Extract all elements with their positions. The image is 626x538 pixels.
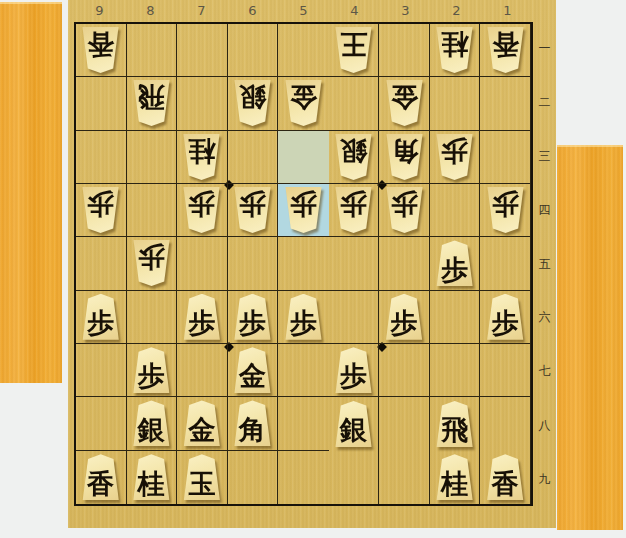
piece-kanji: 歩 — [492, 187, 519, 221]
file-label-4: 4 — [329, 1, 380, 20]
piece-kanji: 銀 — [340, 134, 367, 168]
square-1e[interactable] — [480, 237, 531, 290]
square-1d[interactable]: 歩 — [480, 184, 531, 237]
square-6b[interactable]: 銀 — [228, 77, 279, 130]
piece-kanji: 歩 — [239, 187, 266, 221]
file-label-8: 8 — [125, 1, 176, 20]
rank-label-2: 二 — [534, 76, 555, 130]
square-7i[interactable]: 玉 — [177, 451, 228, 504]
piece-gote-pawn[interactable]: 歩 — [485, 187, 526, 233]
square-8b[interactable]: 飛 — [127, 77, 178, 130]
square-1a[interactable]: 香 — [480, 24, 531, 77]
piece-kanji: 桂 — [441, 27, 468, 61]
koma-tile: 飛 — [434, 401, 475, 447]
square-6c[interactable] — [228, 131, 279, 184]
piece-kanji: 歩 — [290, 306, 317, 340]
koma-tile: 歩 — [232, 187, 273, 233]
koma-tile: 歩 — [283, 294, 324, 340]
piece-gote-pawn[interactable]: 歩 — [232, 187, 273, 233]
piece-kanji: 歩 — [188, 306, 215, 340]
square-5f[interactable]: 歩 — [278, 291, 329, 344]
board-grid: 香王桂香飛銀金金桂銀角歩歩歩歩歩歩歩歩歩歩歩歩歩歩歩歩歩金歩銀金角銀飛香桂玉桂香 — [74, 22, 533, 506]
koma-tile: 香 — [80, 27, 121, 73]
square-6e[interactable] — [228, 237, 279, 290]
koma-tile: 歩 — [333, 347, 374, 393]
piece-sente-pawn[interactable]: 歩 — [384, 294, 425, 340]
piece-sente-bishop[interactable]: 角 — [232, 400, 273, 446]
piece-sente-pawn[interactable]: 歩 — [283, 294, 324, 340]
piece-gote-knight[interactable]: 桂 — [181, 134, 222, 180]
square-2e[interactable]: 歩 — [430, 237, 481, 290]
square-8i[interactable]: 桂 — [127, 451, 178, 504]
koma-tile: 銀 — [333, 134, 374, 180]
square-5b[interactable]: 金 — [278, 77, 329, 130]
piece-kanji: 香 — [492, 27, 519, 61]
piece-kanji: 歩 — [492, 306, 519, 340]
square-1b[interactable] — [480, 77, 531, 130]
square-2b[interactable] — [430, 77, 481, 130]
piece-sente-pawn[interactable]: 歩 — [434, 240, 475, 286]
square-5h[interactable] — [278, 397, 329, 450]
koma-tile: 香 — [485, 454, 526, 500]
piece-gote-bishop[interactable]: 角 — [384, 134, 425, 180]
square-9i[interactable]: 香 — [76, 451, 127, 504]
square-3g[interactable] — [379, 344, 430, 397]
piece-gote-gold[interactable]: 金 — [283, 80, 324, 126]
file-label-1: 1 — [482, 1, 533, 20]
square-7c[interactable]: 桂 — [177, 131, 228, 184]
rank-label-8: 八 — [534, 398, 555, 452]
square-4b[interactable] — [329, 77, 380, 130]
square-3f[interactable]: 歩 — [379, 291, 430, 344]
piece-gote-pawn[interactable]: 歩 — [181, 187, 222, 233]
file-label-5: 5 — [278, 1, 329, 20]
rank-label-5: 五 — [534, 237, 555, 291]
koma-tile: 桂 — [434, 454, 475, 500]
square-2d[interactable] — [430, 184, 481, 237]
koma-tile: 歩 — [232, 294, 273, 340]
piece-kanji: 飛 — [138, 80, 165, 114]
square-2a[interactable]: 桂 — [430, 24, 481, 77]
koma-tile: 銀 — [131, 400, 172, 446]
piece-gote-pawn[interactable]: 歩 — [384, 187, 425, 233]
piece-kanji: 歩 — [138, 359, 165, 393]
koma-tile: 桂 — [181, 134, 222, 180]
rank-label-3: 三 — [534, 130, 555, 184]
shogi-board: 987654321 香王桂香飛銀金金桂銀角歩歩歩歩歩歩歩歩歩歩歩歩歩歩歩歩歩金歩… — [68, 0, 556, 528]
piece-sente-pawn[interactable]: 歩 — [232, 294, 273, 340]
piece-sente-pawn[interactable]: 歩 — [80, 294, 121, 340]
piece-kanji: 歩 — [87, 187, 114, 221]
square-5i[interactable] — [278, 451, 329, 504]
square-6f[interactable]: 歩 — [228, 291, 279, 344]
rank-label-7: 七 — [534, 345, 555, 399]
piece-kanji: 歩 — [138, 240, 165, 274]
file-label-3: 3 — [380, 1, 431, 20]
piece-kanji: 歩 — [87, 306, 114, 340]
piece-sente-silver[interactable]: 銀 — [333, 401, 374, 447]
koma-tile: 歩 — [131, 240, 172, 286]
square-5e[interactable] — [278, 237, 329, 290]
piece-kanji: 香 — [87, 467, 114, 501]
piece-kanji: 桂 — [441, 467, 468, 501]
square-4a[interactable]: 王 — [329, 24, 380, 77]
square-5a[interactable] — [278, 24, 329, 77]
koma-tile: 角 — [384, 134, 425, 180]
koma-tile: 玉 — [181, 454, 222, 500]
rank-label-4: 四 — [534, 183, 555, 237]
piece-sente-knight[interactable]: 桂 — [434, 454, 475, 500]
square-8g[interactable]: 歩 — [127, 344, 178, 397]
square-9e[interactable] — [76, 237, 127, 290]
koma-tile: 歩 — [434, 240, 475, 286]
piece-kanji: 金 — [239, 359, 266, 393]
piece-kanji: 歩 — [239, 306, 266, 340]
koma-tile: 歩 — [434, 134, 475, 180]
square-7g[interactable] — [177, 344, 228, 397]
square-7b[interactable] — [177, 77, 228, 130]
square-4g[interactable]: 歩 — [329, 344, 380, 397]
piece-kanji: 角 — [391, 134, 418, 168]
koma-tile: 銀 — [333, 401, 374, 447]
koma-tile: 歩 — [384, 187, 425, 233]
rank-label-9: 九 — [534, 452, 555, 506]
piece-kanji: 銀 — [239, 80, 266, 114]
piece-kanji: 金 — [391, 80, 418, 114]
square-5g[interactable] — [278, 344, 329, 397]
piece-kanji: 角 — [239, 413, 266, 447]
koma-tile: 歩 — [485, 294, 526, 340]
right-wood-panel — [557, 145, 623, 530]
square-7a[interactable] — [177, 24, 228, 77]
square-4f[interactable] — [329, 291, 380, 344]
square-8h[interactable]: 銀 — [127, 397, 178, 450]
square-5d[interactable]: 歩 — [278, 184, 329, 237]
square-4c[interactable]: 銀 — [329, 131, 380, 184]
piece-kanji: 歩 — [290, 187, 317, 221]
square-1i[interactable]: 香 — [480, 451, 531, 504]
piece-kanji: 金 — [188, 413, 215, 447]
piece-gote-silver[interactable]: 銀 — [232, 80, 273, 126]
file-label-7: 7 — [176, 1, 227, 20]
rank-label-6: 六 — [534, 291, 555, 345]
square-9b[interactable] — [76, 77, 127, 130]
piece-gote-pawn[interactable]: 歩 — [434, 134, 475, 180]
square-2f[interactable] — [430, 291, 481, 344]
koma-tile: 王 — [333, 27, 374, 73]
square-1f[interactable]: 歩 — [480, 291, 531, 344]
piece-kanji: 歩 — [188, 187, 215, 221]
piece-kanji: 飛 — [441, 413, 468, 447]
square-7d[interactable]: 歩 — [177, 184, 228, 237]
piece-sente-rook[interactable]: 飛 — [434, 401, 475, 447]
koma-tile: 飛 — [131, 80, 172, 126]
koma-tile: 歩 — [485, 187, 526, 233]
square-3e[interactable] — [379, 237, 430, 290]
piece-kanji: 王 — [340, 27, 367, 61]
square-8f[interactable] — [127, 291, 178, 344]
square-6a[interactable] — [228, 24, 279, 77]
square-1h[interactable] — [480, 397, 531, 450]
square-8d[interactable] — [127, 184, 178, 237]
piece-sente-gold[interactable]: 金 — [181, 400, 222, 446]
piece-kanji: 歩 — [391, 306, 418, 340]
square-5c[interactable] — [278, 131, 329, 184]
square-7e[interactable] — [177, 237, 228, 290]
koma-tile: 金 — [232, 347, 273, 393]
piece-kanji: 桂 — [188, 134, 215, 168]
file-label-9: 9 — [74, 1, 125, 20]
square-4d[interactable]: 歩 — [329, 184, 380, 237]
piece-gote-pawn[interactable]: 歩 — [283, 187, 324, 233]
square-7h[interactable]: 金 — [177, 397, 228, 450]
piece-gote-pawn[interactable]: 歩 — [80, 187, 121, 233]
piece-sente-knight[interactable]: 桂 — [131, 454, 172, 500]
koma-tile: 歩 — [131, 347, 172, 393]
koma-tile: 歩 — [181, 187, 222, 233]
square-8c[interactable] — [127, 131, 178, 184]
piece-sente-lance[interactable]: 香 — [485, 454, 526, 500]
left-wood-panel — [0, 2, 62, 383]
file-label-6: 6 — [227, 1, 278, 20]
piece-sente-king[interactable]: 玉 — [181, 454, 222, 500]
square-2g[interactable] — [430, 344, 481, 397]
piece-sente-pawn[interactable]: 歩 — [181, 294, 222, 340]
square-9h[interactable] — [76, 397, 127, 450]
piece-kanji: 歩 — [340, 187, 367, 221]
square-6d[interactable]: 歩 — [228, 184, 279, 237]
piece-sente-silver[interactable]: 銀 — [131, 400, 172, 446]
square-1c[interactable] — [480, 131, 531, 184]
koma-tile: 桂 — [434, 27, 475, 73]
square-2h[interactable]: 飛 — [430, 397, 481, 450]
square-8e[interactable]: 歩 — [127, 237, 178, 290]
piece-sente-gold[interactable]: 金 — [232, 347, 273, 393]
square-9g[interactable] — [76, 344, 127, 397]
piece-sente-pawn[interactable]: 歩 — [485, 294, 526, 340]
piece-gote-lance[interactable]: 香 — [485, 27, 526, 73]
square-2i[interactable]: 桂 — [430, 451, 481, 504]
square-6g[interactable]: 金 — [228, 344, 279, 397]
square-4i[interactable] — [329, 451, 380, 504]
square-6h[interactable]: 角 — [228, 397, 279, 450]
piece-sente-pawn[interactable]: 歩 — [333, 347, 374, 393]
square-7f[interactable]: 歩 — [177, 291, 228, 344]
piece-sente-pawn[interactable]: 歩 — [131, 347, 172, 393]
koma-tile: 香 — [80, 454, 121, 500]
square-2c[interactable]: 歩 — [430, 131, 481, 184]
piece-gote-king[interactable]: 王 — [333, 27, 374, 73]
koma-tile: 歩 — [283, 187, 324, 233]
piece-sente-lance[interactable]: 香 — [80, 454, 121, 500]
square-3i[interactable] — [379, 451, 430, 504]
file-labels: 987654321 — [74, 1, 533, 20]
square-3h[interactable] — [379, 397, 430, 450]
piece-gote-gold[interactable]: 金 — [384, 80, 425, 126]
file-label-2: 2 — [431, 1, 482, 20]
piece-kanji: 歩 — [441, 253, 468, 287]
piece-gote-rook[interactable]: 飛 — [131, 80, 172, 126]
square-8a[interactable] — [127, 24, 178, 77]
rank-labels: 一二三四五六七八九 — [534, 22, 555, 506]
square-9c[interactable] — [76, 131, 127, 184]
square-9d[interactable]: 歩 — [76, 184, 127, 237]
piece-gote-silver[interactable]: 銀 — [333, 134, 374, 180]
koma-tile: 香 — [485, 27, 526, 73]
square-3c[interactable]: 角 — [379, 131, 430, 184]
piece-kanji: 歩 — [340, 359, 367, 393]
koma-tile: 歩 — [80, 294, 121, 340]
piece-kanji: 歩 — [391, 187, 418, 221]
koma-tile: 角 — [232, 400, 273, 446]
square-3b[interactable]: 金 — [379, 77, 430, 130]
square-4e[interactable] — [329, 237, 380, 290]
koma-tile: 歩 — [384, 294, 425, 340]
koma-tile: 歩 — [80, 187, 121, 233]
koma-tile: 銀 — [232, 80, 273, 126]
koma-tile: 金 — [384, 80, 425, 126]
piece-gote-knight[interactable]: 桂 — [434, 27, 475, 73]
square-9f[interactable]: 歩 — [76, 291, 127, 344]
koma-tile: 桂 — [131, 454, 172, 500]
piece-gote-pawn[interactable]: 歩 — [131, 240, 172, 286]
square-4h[interactable]: 銀 — [329, 397, 380, 450]
piece-kanji: 金 — [290, 80, 317, 114]
piece-kanji: 玉 — [188, 467, 215, 501]
piece-gote-pawn[interactable]: 歩 — [333, 187, 374, 233]
piece-gote-lance[interactable]: 香 — [80, 27, 121, 73]
square-1g[interactable] — [480, 344, 531, 397]
koma-tile: 金 — [181, 400, 222, 446]
piece-kanji: 香 — [87, 27, 114, 61]
square-9a[interactable]: 香 — [76, 24, 127, 77]
koma-tile: 歩 — [333, 187, 374, 233]
piece-kanji: 銀 — [138, 413, 165, 447]
piece-kanji: 歩 — [441, 134, 468, 168]
square-6i[interactable] — [228, 451, 279, 504]
square-3a[interactable] — [379, 24, 430, 77]
square-3d[interactable]: 歩 — [379, 184, 430, 237]
koma-tile: 金 — [283, 80, 324, 126]
piece-kanji: 銀 — [340, 413, 367, 447]
piece-kanji: 香 — [492, 467, 519, 501]
koma-tile: 歩 — [181, 294, 222, 340]
piece-kanji: 桂 — [138, 467, 165, 501]
rank-label-1: 一 — [534, 22, 555, 76]
